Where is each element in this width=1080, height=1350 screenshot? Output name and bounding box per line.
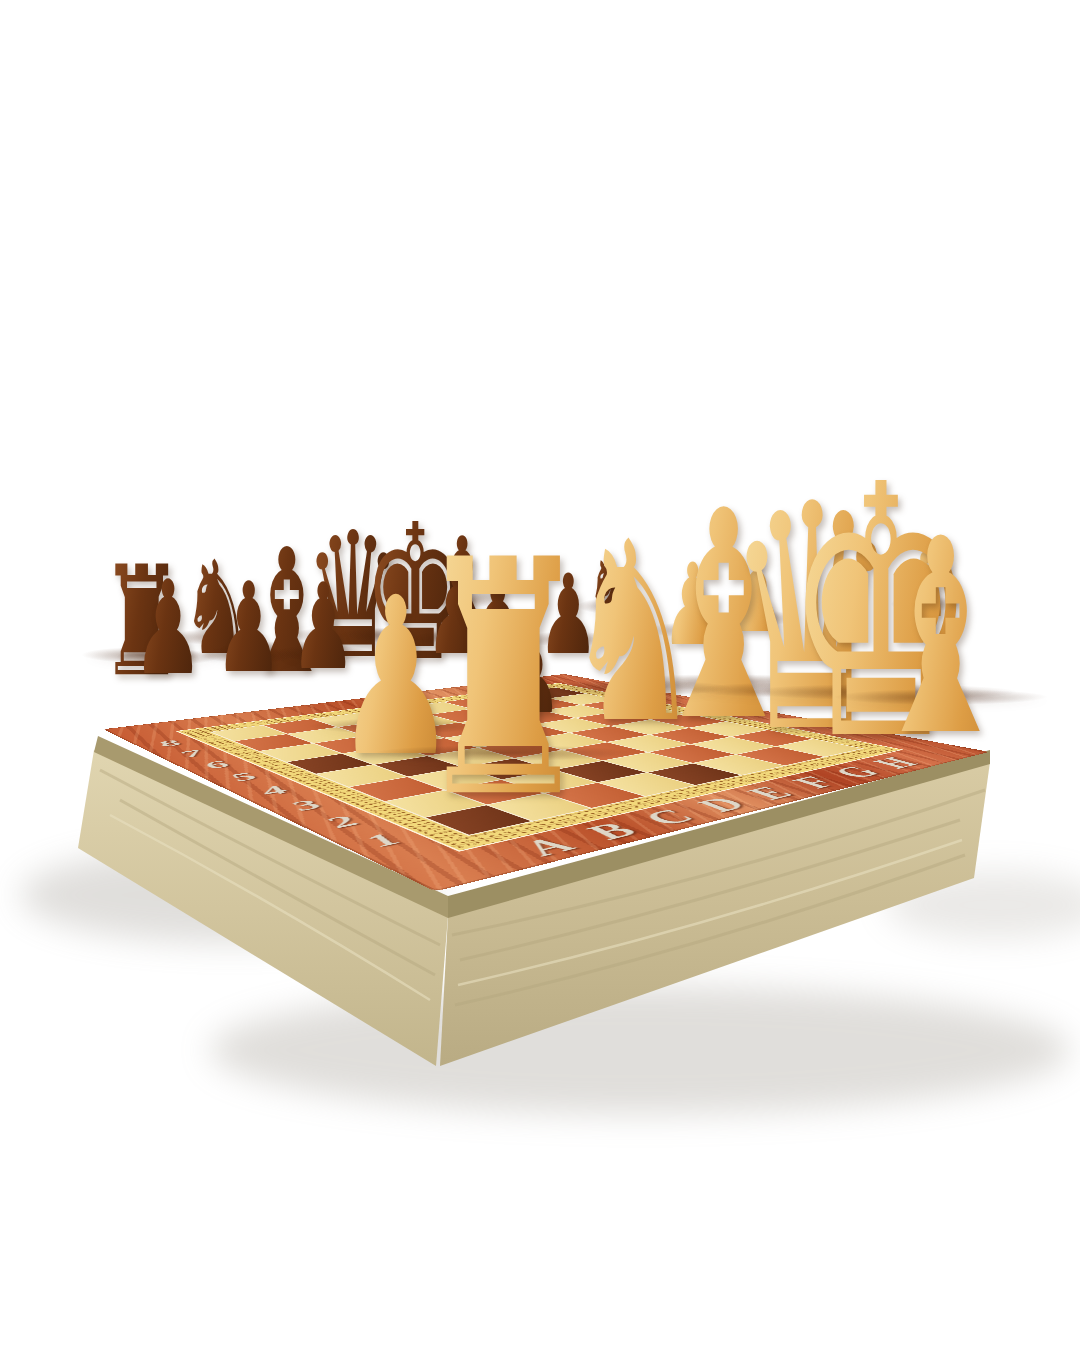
- pawn-glyph: ♟: [900, 542, 949, 630]
- pieces-layer: ♝♟♞♟♟♟♛♚♞♟♟♝♟♜♟♟♝♞♛♚♝♟♟♜: [0, 0, 1080, 1350]
- white-pawn-c2: ♟: [644, 550, 742, 632]
- pawn-glyph: ♟: [502, 621, 562, 729]
- black-bishop-f8: ♝: [415, 524, 509, 602]
- queen-glyph: ♛: [305, 510, 402, 684]
- bishop-glyph: ♝: [432, 523, 492, 631]
- white-bishop-c1: ♝: [599, 476, 849, 684]
- white-pawn-g2: ♟: [887, 542, 964, 606]
- pawn-glyph: ♟: [537, 560, 598, 670]
- rook-glyph: ♜: [413, 518, 593, 842]
- black-pawn-a7: ♟: [112, 565, 225, 659]
- black-bishop-c8: ♝: [213, 527, 362, 651]
- pawn-glyph: ♟: [662, 549, 725, 662]
- pawn-glyph: ♟: [729, 545, 786, 647]
- queen-glyph: ♛: [725, 464, 898, 776]
- black-knight-g8: ♞: [574, 548, 646, 608]
- white-pawn-d2: ♟: [713, 546, 802, 620]
- pawn-glyph: ♟: [290, 568, 356, 687]
- product-photo-scene: ABCDEFGH 87654321 ♝♟♞♟♟♟♛♚♞♟♟♝♟♜♟♟♝♞♛♚♝♟…: [0, 0, 1080, 1350]
- black-pawn-b7: ♟: [195, 567, 303, 657]
- black-king-e8: ♚: [333, 501, 496, 637]
- black-pawn-g7: ♟: [520, 561, 616, 641]
- bishop-glyph: ♝: [239, 526, 334, 697]
- black-knight-b8: ♞: [161, 545, 274, 639]
- black-rook-a8: ♜: [76, 547, 208, 657]
- white-queen-d1: ♛: [676, 466, 947, 692]
- white-knight-b1: ♞: [525, 510, 741, 690]
- pawn-glyph: ♟: [335, 569, 456, 787]
- pawn-glyph: ♟: [426, 558, 489, 671]
- bishop-glyph: ♝: [866, 503, 1016, 772]
- knight-glyph: ♞: [181, 544, 253, 674]
- king-glyph: ♚: [363, 500, 467, 688]
- black-pawn-f7: ♟: [464, 562, 531, 618]
- pawn-glyph: ♟: [132, 564, 204, 694]
- white-rook-a1: ♜: [362, 520, 644, 755]
- knight-glyph: ♞: [587, 548, 633, 631]
- white-king-e1: ♚: [730, 442, 1032, 694]
- white-pawn-a2: ♟: [301, 570, 491, 728]
- black-pawn-e7: ♟: [485, 622, 579, 700]
- black-pawn-c7: ♟: [271, 569, 374, 655]
- knight-glyph: ♞: [564, 509, 702, 757]
- white-bishop-f1: ♝: [824, 504, 1058, 699]
- black-pawn-d7: ♟: [408, 559, 506, 641]
- bishop-glyph: ♝: [644, 474, 804, 761]
- black-queen-d8: ♛: [277, 511, 428, 637]
- rook-glyph: ♜: [100, 546, 184, 698]
- pawn-glyph: ♟: [477, 562, 520, 639]
- king-glyph: ♚: [784, 440, 977, 788]
- pawn-glyph: ♟: [214, 566, 283, 690]
